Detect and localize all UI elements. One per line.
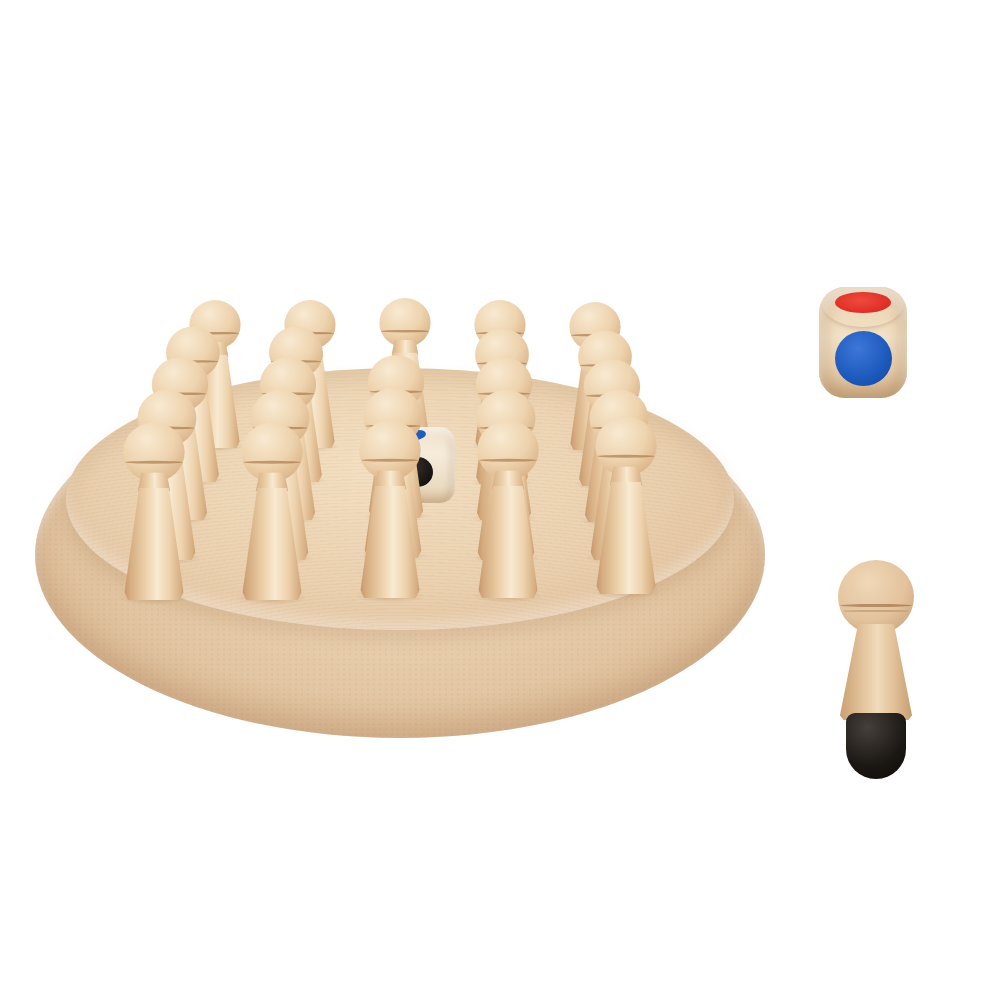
peg-groove (843, 610, 910, 612)
peg-black-base (846, 713, 906, 779)
peg-groove (125, 460, 183, 463)
peg-body (840, 624, 912, 720)
peg-head (838, 560, 914, 634)
die-blue-dot-icon (835, 331, 892, 386)
peg-groove (381, 330, 429, 332)
board-pieces-layer (0, 0, 1000, 1000)
wooden-peg[interactable] (229, 422, 315, 600)
peg-body (477, 486, 538, 598)
spare-peg-black-base[interactable] (834, 560, 918, 780)
peg-body (595, 482, 656, 594)
peg-body (123, 488, 184, 600)
wooden-peg[interactable] (583, 416, 669, 594)
peg-groove (479, 458, 537, 461)
peg-groove (597, 454, 655, 457)
die-red-dot-icon (835, 292, 891, 313)
color-die[interactable] (819, 287, 907, 398)
wooden-peg[interactable] (111, 422, 197, 600)
peg-groove (243, 460, 301, 463)
product-photo-stage (0, 0, 1000, 1000)
peg-groove (840, 604, 913, 607)
wooden-peg[interactable] (347, 420, 433, 598)
peg-body (359, 486, 420, 598)
wooden-peg[interactable] (465, 420, 551, 598)
peg-body (241, 488, 302, 600)
peg-groove (361, 458, 419, 461)
